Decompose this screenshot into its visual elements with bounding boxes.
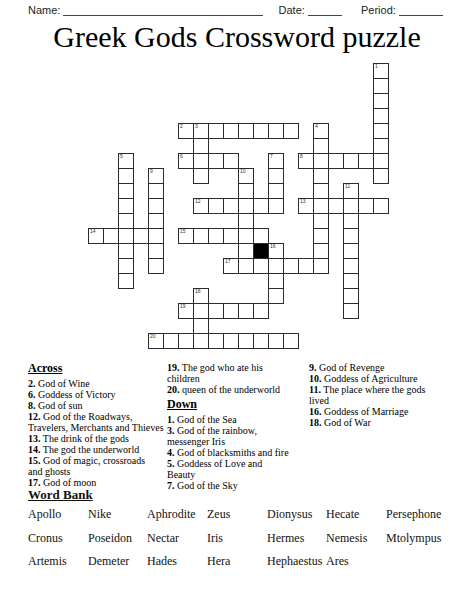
- clue-number: 15: [180, 229, 186, 234]
- clue-text: God of sun: [36, 400, 83, 411]
- grid-cell[interactable]: [343, 213, 359, 229]
- clue-number: 20: [150, 334, 156, 339]
- clue-text: Goddess of Love and Beauty: [167, 458, 262, 480]
- clue-19-across: 19. The god who ate his children: [167, 362, 309, 384]
- grid-cell[interactable]: [373, 108, 389, 124]
- grid-cell[interactable]: [223, 198, 239, 214]
- grid-cell[interactable]: 11: [343, 183, 359, 199]
- clue-number-label: 4.: [167, 447, 175, 458]
- grid-cell[interactable]: [268, 168, 284, 184]
- grid-cell[interactable]: [118, 183, 134, 199]
- clue-10-down: 10. Goddess of Agriculture: [309, 373, 467, 384]
- grid-cell[interactable]: [373, 198, 389, 214]
- grid-cell[interactable]: 6: [178, 153, 194, 169]
- grid-cell[interactable]: [208, 198, 224, 214]
- crossword-grid: 1234567891011121314151617181920: [88, 63, 389, 349]
- grid-cell[interactable]: 18: [193, 288, 209, 304]
- grid-cell[interactable]: [343, 228, 359, 244]
- clue-1-down: 1. God of the Sea: [167, 414, 309, 425]
- grid-cell[interactable]: [193, 168, 209, 184]
- grid-cell[interactable]: [148, 228, 164, 244]
- grid-cell[interactable]: [118, 243, 134, 259]
- grid-cell[interactable]: [103, 228, 119, 244]
- grid-cell[interactable]: [118, 198, 134, 214]
- word-bank-item: Dionysus: [267, 507, 326, 531]
- clue-text: Goddess of Victory: [36, 389, 116, 400]
- grid-cell[interactable]: [268, 258, 284, 274]
- clue-number: 8: [300, 154, 303, 159]
- grid-cell[interactable]: [208, 333, 224, 349]
- grid-cell[interactable]: [118, 213, 134, 229]
- grid-cell[interactable]: [238, 243, 254, 259]
- word-bank-item: Demeter: [88, 554, 147, 578]
- grid-cell[interactable]: [343, 198, 359, 214]
- grid-cell[interactable]: [223, 303, 239, 319]
- grid-cell[interactable]: [238, 213, 254, 229]
- grid-cell[interactable]: [118, 228, 134, 244]
- period-label: Period:: [361, 4, 396, 16]
- grid-cell[interactable]: 4: [313, 123, 329, 139]
- grid-cell[interactable]: [283, 333, 299, 349]
- clue-text: God of the Roadways, Travelers, Merchant…: [28, 411, 164, 433]
- clue-number: 14: [90, 229, 96, 234]
- grid-cell[interactable]: [238, 258, 254, 274]
- period-blank-field[interactable]: [399, 3, 443, 16]
- word-bank-item: Nemesis: [326, 531, 386, 555]
- clue-number: 5: [120, 154, 123, 159]
- grid-cell[interactable]: [313, 213, 329, 229]
- clue-column-right: 9. God of Revenge10. Goddess of Agricult…: [309, 362, 467, 428]
- clue-18-down: 18. God of War: [309, 417, 467, 428]
- clue-6-across: 6. Goddess of Victory: [28, 389, 170, 400]
- word-bank-item: Apollo: [28, 507, 88, 531]
- grid-cell[interactable]: [118, 273, 134, 289]
- word-bank-empty: [386, 554, 474, 578]
- clue-number: 19: [180, 304, 186, 309]
- name-blank-field[interactable]: [63, 3, 263, 16]
- grid-cell[interactable]: 17: [223, 258, 239, 274]
- grid-cell[interactable]: [253, 198, 269, 214]
- grid-cell[interactable]: [118, 168, 134, 184]
- grid-cell[interactable]: [313, 168, 329, 184]
- clue-3-down: 3. God of the rainbow, messenger Iris: [167, 425, 309, 447]
- clue-number: 11: [345, 184, 350, 189]
- grid-cell[interactable]: [373, 123, 389, 139]
- word-bank-item: Ares: [326, 554, 386, 578]
- grid-cell[interactable]: [148, 213, 164, 229]
- clue-number-label: 1.: [167, 414, 175, 425]
- grid-cell[interactable]: 10: [238, 168, 254, 184]
- word-bank-item: Zeus: [207, 507, 267, 531]
- clue-16-down: 16. Goddess of Marriage: [309, 406, 467, 417]
- word-bank-item: Mtolympus: [386, 531, 474, 555]
- grid-cell[interactable]: [208, 123, 224, 139]
- clue-column-middle: 19. The god who ate his children20. quee…: [167, 362, 309, 491]
- clue-number-label: 8.: [28, 400, 36, 411]
- grid-cell[interactable]: [148, 258, 164, 274]
- word-bank-item: Nectar: [147, 531, 207, 555]
- clue-number: 17: [225, 259, 231, 264]
- clue-13-across: 13. The drink of the gods: [28, 433, 170, 444]
- grid-cell[interactable]: [238, 123, 254, 139]
- clue-text: The god the underworld: [41, 444, 140, 455]
- grid-cell[interactable]: [358, 153, 374, 169]
- grid-cell[interactable]: [253, 228, 269, 244]
- grid-cell[interactable]: [223, 153, 239, 169]
- grid-cell[interactable]: [178, 333, 194, 349]
- date-label: Date:: [279, 4, 305, 16]
- clue-5-down: 5. Goddess of Love and Beauty: [167, 458, 309, 480]
- grid-cell[interactable]: [193, 333, 209, 349]
- down-header: Down: [167, 398, 309, 410]
- word-bank-item: Hecate: [326, 507, 386, 531]
- grid-cell[interactable]: 14: [88, 228, 104, 244]
- word-bank-item: Hera: [207, 554, 267, 578]
- grid-cell[interactable]: [223, 228, 239, 244]
- grid-cell[interactable]: [313, 258, 329, 274]
- page-title: Greek Gods Crossword puzzle: [0, 20, 474, 54]
- clue-text: God of blacksmiths and fire: [175, 447, 289, 458]
- grid-cell[interactable]: [193, 318, 209, 334]
- grid-cell[interactable]: 7: [268, 153, 284, 169]
- grid-cell[interactable]: [208, 228, 224, 244]
- clue-11-down: 11. The place where the gods lived: [309, 384, 467, 406]
- clue-number-label: 18.: [309, 417, 322, 428]
- grid-cell[interactable]: [133, 228, 149, 244]
- grid-cell[interactable]: [268, 333, 284, 349]
- grid-cell[interactable]: [193, 228, 209, 244]
- grid-cell[interactable]: 8: [298, 153, 314, 169]
- clue-number: 9: [150, 169, 153, 174]
- grid-cell[interactable]: [343, 258, 359, 274]
- grid-cell[interactable]: [148, 183, 164, 199]
- grid-cell[interactable]: [238, 183, 254, 199]
- grid-cell[interactable]: [343, 303, 359, 319]
- clue-number-label: 16.: [309, 406, 322, 417]
- clue-number: 2: [180, 124, 183, 129]
- grid-cell[interactable]: [373, 153, 389, 169]
- grid-cell[interactable]: [283, 123, 299, 139]
- grid-cell[interactable]: [313, 153, 329, 169]
- clue-text: Goddess of Marriage: [322, 406, 409, 417]
- grid-cell[interactable]: 2: [178, 123, 194, 139]
- grid-cell[interactable]: 3: [193, 123, 209, 139]
- grid-cell[interactable]: [193, 138, 209, 154]
- clue-text: The drink of the gods: [41, 433, 129, 444]
- clue-text: The place where the gods lived: [309, 384, 425, 406]
- grid-cell[interactable]: [343, 288, 359, 304]
- clue-text: God of the Sea: [175, 414, 237, 425]
- grid-cell[interactable]: [298, 258, 314, 274]
- word-bank-item: Iris: [207, 531, 267, 555]
- grid-cell[interactable]: [253, 333, 269, 349]
- clue-text: God of Wine: [36, 378, 90, 389]
- grid-cell[interactable]: [313, 138, 329, 154]
- clue-number-label: 15.: [28, 455, 41, 466]
- word-bank-item: Persephone: [386, 507, 474, 531]
- grid-cell[interactable]: [343, 153, 359, 169]
- clue-number: 6: [180, 154, 183, 159]
- grid-cell[interactable]: 9: [148, 168, 164, 184]
- word-bank-grid: ApolloNikeAphroditeZeusDionysusHecatePer…: [28, 507, 458, 578]
- clue-number-label: 12.: [28, 411, 41, 422]
- clue-number-label: 10.: [309, 373, 322, 384]
- clue-number-label: 9.: [309, 362, 317, 373]
- clue-number: 7: [270, 154, 273, 159]
- clue-15-across: 15. God of magic, crossroads and ghosts: [28, 455, 170, 477]
- grid-cell[interactable]: [208, 303, 224, 319]
- clue-number: 18: [195, 289, 201, 294]
- clue-2-across: 2. God of Wine: [28, 378, 170, 389]
- grid-cell[interactable]: [313, 183, 329, 199]
- clue-text: God of magic, crossroads and ghosts: [28, 455, 145, 477]
- grid-cell[interactable]: [148, 243, 164, 259]
- grid-cell[interactable]: [313, 243, 329, 259]
- clue-number: 3: [195, 124, 198, 129]
- word-bank-header: Word Bank: [28, 489, 458, 501]
- grid-cell[interactable]: [268, 123, 284, 139]
- clue-8-across: 8. God of sun: [28, 400, 170, 411]
- clue-number-label: 11.: [309, 384, 321, 395]
- grid-cell[interactable]: [358, 198, 374, 214]
- name-label: Name:: [28, 4, 60, 16]
- clue-text: God of Revenge: [317, 362, 385, 373]
- clue-number-label: 14.: [28, 444, 41, 455]
- clue-9-down: 9. God of Revenge: [309, 362, 467, 373]
- grid-cell[interactable]: [223, 123, 239, 139]
- clue-column-across: Across2. God of Wine6. Goddess of Victor…: [28, 362, 170, 488]
- grid-cell[interactable]: [373, 138, 389, 154]
- grid-cell[interactable]: [253, 123, 269, 139]
- word-bank-item: Aphrodite: [147, 507, 207, 531]
- clue-text: God of War: [322, 417, 371, 428]
- grid-cell[interactable]: 12: [193, 198, 209, 214]
- word-bank-item: Hades: [147, 554, 207, 578]
- date-blank-field[interactable]: [308, 3, 342, 16]
- grid-cell[interactable]: [148, 198, 164, 214]
- grid-cell[interactable]: 1: [373, 63, 389, 79]
- grid-cell[interactable]: [328, 153, 344, 169]
- grid-cell[interactable]: [328, 198, 344, 214]
- clue-number: 4: [315, 124, 318, 129]
- grid-cell[interactable]: [373, 93, 389, 109]
- clue-number: 13: [300, 199, 306, 204]
- grid-cell[interactable]: [163, 333, 179, 349]
- grid-cell[interactable]: 13: [298, 198, 314, 214]
- clue-number-label: 13.: [28, 433, 41, 444]
- clue-text: God of the rainbow, messenger Iris: [167, 425, 257, 447]
- clue-20-across: 20. queen of the underworld: [167, 384, 309, 395]
- grid-cell[interactable]: [373, 78, 389, 94]
- clue-number-label: 20.: [167, 384, 180, 395]
- clue-number: 12: [195, 199, 201, 204]
- clue-12-across: 12. God of the Roadways, Travelers, Merc…: [28, 411, 170, 433]
- grid-cell[interactable]: [223, 333, 239, 349]
- word-bank: Word Bank ApolloNikeAphroditeZeusDionysu…: [28, 489, 458, 578]
- grid-cell[interactable]: 19: [178, 303, 194, 319]
- clue-4-down: 4. God of blacksmiths and fire: [167, 447, 309, 458]
- grid-cell[interactable]: [268, 183, 284, 199]
- grid-cell[interactable]: [238, 303, 254, 319]
- clue-number: 1: [375, 64, 378, 69]
- grid-cell[interactable]: [268, 198, 284, 214]
- grid-cell[interactable]: [343, 273, 359, 289]
- across-header: Across: [28, 362, 170, 374]
- grid-cell[interactable]: [343, 243, 359, 259]
- word-bank-item: Artemis: [28, 554, 88, 578]
- clue-number-label: 5.: [167, 458, 175, 469]
- word-bank-item: Nike: [88, 507, 147, 531]
- grid-cell[interactable]: 5: [118, 153, 134, 169]
- grid-cell[interactable]: [313, 228, 329, 244]
- grid-cell[interactable]: [313, 198, 329, 214]
- word-bank-item: Poseidon: [88, 531, 147, 555]
- clue-text: Goddess of Agriculture: [322, 373, 418, 384]
- word-bank-item: Hephaestus: [267, 554, 326, 578]
- grid-cell[interactable]: [238, 228, 254, 244]
- worksheet-header: Name: Date: Period:: [28, 3, 448, 19]
- clue-number-label: 2.: [28, 378, 36, 389]
- grid-cell[interactable]: [268, 288, 284, 304]
- grid-cell[interactable]: [373, 168, 389, 184]
- grid-cell[interactable]: [283, 258, 299, 274]
- grid-cell[interactable]: [253, 303, 269, 319]
- word-bank-item: Cronus: [28, 531, 88, 555]
- grid-cell[interactable]: [193, 303, 209, 319]
- word-bank-item: Hermes: [267, 531, 326, 555]
- grid-cell[interactable]: [193, 153, 209, 169]
- clue-14-across: 14. The god the underworld: [28, 444, 170, 455]
- grid-cell[interactable]: [268, 273, 284, 289]
- clue-number-label: 6.: [28, 389, 36, 400]
- grid-cell[interactable]: [238, 198, 254, 214]
- grid-cell[interactable]: 15: [178, 228, 194, 244]
- clue-number: 16: [270, 244, 276, 249]
- grid-cell[interactable]: [253, 258, 269, 274]
- grid-cell[interactable]: 16: [268, 243, 284, 259]
- grid-cell[interactable]: 20: [148, 333, 164, 349]
- clue-number-label: 19.: [167, 362, 180, 373]
- clue-text: queen of the underworld: [180, 384, 281, 395]
- grid-cell[interactable]: [118, 258, 134, 274]
- grid-cell[interactable]: [208, 153, 224, 169]
- clue-number: 10: [240, 169, 246, 174]
- grid-cell[interactable]: [238, 333, 254, 349]
- black-cell: [253, 243, 269, 259]
- clue-text: The god who ate his children: [167, 362, 263, 384]
- clue-number-label: 3.: [167, 425, 175, 436]
